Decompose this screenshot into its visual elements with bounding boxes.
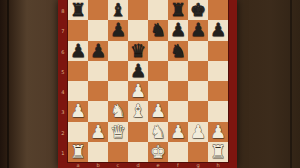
square-g3[interactable] bbox=[188, 101, 208, 121]
square-f6[interactable]: ♞ bbox=[168, 41, 188, 61]
white-pawn[interactable]: ♟ bbox=[130, 81, 146, 101]
square-c3[interactable]: ♞ bbox=[108, 101, 128, 121]
rank-label-6: 6 bbox=[59, 42, 68, 59]
square-g8[interactable]: ♚ bbox=[188, 0, 208, 20]
square-e1[interactable]: ♚ bbox=[148, 142, 168, 162]
square-c6[interactable] bbox=[108, 41, 128, 61]
chess-board-frame: 87654321 ♜♝♜♚♟♞♟♟♟♟♟♛♞♟♟♟♞♝♟♟♛♞♟♟♟♜♚♜ ab… bbox=[58, 0, 237, 168]
square-d6[interactable]: ♛ bbox=[128, 41, 148, 61]
square-b6[interactable]: ♟ bbox=[88, 41, 108, 61]
square-h1[interactable]: ♜ bbox=[208, 142, 228, 162]
square-d2[interactable] bbox=[128, 122, 148, 142]
white-rook[interactable]: ♜ bbox=[210, 142, 226, 162]
white-queen[interactable]: ♛ bbox=[110, 122, 126, 142]
black-pawn[interactable]: ♟ bbox=[190, 20, 206, 40]
file-label-a: a bbox=[70, 162, 87, 168]
file-label-e: e bbox=[150, 162, 167, 168]
black-queen[interactable]: ♛ bbox=[130, 41, 146, 61]
white-knight[interactable]: ♞ bbox=[150, 122, 166, 142]
white-knight[interactable]: ♞ bbox=[110, 101, 126, 121]
square-e5[interactable] bbox=[148, 61, 168, 81]
rank-label-2: 2 bbox=[59, 123, 68, 140]
square-b4[interactable] bbox=[88, 81, 108, 101]
square-h6[interactable] bbox=[208, 41, 228, 61]
square-f1[interactable] bbox=[168, 142, 188, 162]
file-label-g: g bbox=[190, 162, 207, 168]
square-a6[interactable]: ♟ bbox=[68, 41, 88, 61]
wood-table-background: 87654321 ♜♝♜♚♟♞♟♟♟♟♟♛♞♟♟♟♞♝♟♟♛♞♟♟♟♜♚♜ ab… bbox=[0, 0, 300, 168]
white-pawn[interactable]: ♟ bbox=[90, 122, 106, 142]
square-a1[interactable]: ♜ bbox=[68, 142, 88, 162]
square-b3[interactable] bbox=[88, 101, 108, 121]
square-f5[interactable] bbox=[168, 61, 188, 81]
square-f7[interactable]: ♟ bbox=[168, 20, 188, 40]
rank-label-8: 8 bbox=[59, 2, 68, 19]
black-pawn[interactable]: ♟ bbox=[170, 20, 186, 40]
black-rook[interactable]: ♜ bbox=[70, 0, 86, 20]
file-label-c: c bbox=[110, 162, 127, 168]
square-a5[interactable] bbox=[68, 61, 88, 81]
black-pawn[interactable]: ♟ bbox=[70, 41, 86, 61]
square-f3[interactable] bbox=[168, 101, 188, 121]
rank-labels: 87654321 bbox=[58, 0, 68, 162]
square-h8[interactable] bbox=[208, 0, 228, 20]
square-e3[interactable]: ♟ bbox=[148, 101, 168, 121]
square-h2[interactable]: ♟ bbox=[208, 122, 228, 142]
square-e4[interactable] bbox=[148, 81, 168, 101]
square-c4[interactable] bbox=[108, 81, 128, 101]
white-pawn[interactable]: ♟ bbox=[190, 122, 206, 142]
square-d1[interactable] bbox=[128, 142, 148, 162]
black-pawn[interactable]: ♟ bbox=[110, 20, 126, 40]
square-b2[interactable]: ♟ bbox=[88, 122, 108, 142]
square-h5[interactable] bbox=[208, 61, 228, 81]
square-c8[interactable]: ♝ bbox=[108, 0, 128, 20]
white-pawn[interactable]: ♟ bbox=[170, 122, 186, 142]
rank-label-4: 4 bbox=[59, 83, 68, 100]
square-d5[interactable]: ♟ bbox=[128, 61, 148, 81]
square-f8[interactable]: ♜ bbox=[168, 0, 188, 20]
square-c1[interactable] bbox=[108, 142, 128, 162]
square-a3[interactable]: ♟ bbox=[68, 101, 88, 121]
square-g1[interactable] bbox=[188, 142, 208, 162]
file-labels: abcdefgh bbox=[68, 161, 228, 168]
black-rook[interactable]: ♜ bbox=[170, 0, 186, 20]
black-knight[interactable]: ♞ bbox=[150, 20, 166, 40]
square-g7[interactable]: ♟ bbox=[188, 20, 208, 40]
black-king[interactable]: ♚ bbox=[190, 0, 206, 20]
square-g5[interactable] bbox=[188, 61, 208, 81]
black-bishop[interactable]: ♝ bbox=[110, 0, 126, 20]
square-d3[interactable]: ♝ bbox=[128, 101, 148, 121]
file-label-h: h bbox=[210, 162, 227, 168]
square-h3[interactable] bbox=[208, 101, 228, 121]
white-pawn[interactable]: ♟ bbox=[150, 101, 166, 121]
square-d7[interactable] bbox=[128, 20, 148, 40]
square-b5[interactable] bbox=[88, 61, 108, 81]
white-pawn[interactable]: ♟ bbox=[210, 122, 226, 142]
square-e7[interactable]: ♞ bbox=[148, 20, 168, 40]
square-a2[interactable] bbox=[68, 122, 88, 142]
square-b7[interactable] bbox=[88, 20, 108, 40]
square-d8[interactable] bbox=[128, 0, 148, 20]
white-pawn[interactable]: ♟ bbox=[70, 101, 86, 121]
square-h7[interactable]: ♟ bbox=[208, 20, 228, 40]
black-pawn[interactable]: ♟ bbox=[90, 41, 106, 61]
rank-label-1: 1 bbox=[59, 143, 68, 160]
square-d4[interactable]: ♟ bbox=[128, 81, 148, 101]
white-bishop[interactable]: ♝ bbox=[130, 101, 146, 121]
square-c7[interactable]: ♟ bbox=[108, 20, 128, 40]
square-e2[interactable]: ♞ bbox=[148, 122, 168, 142]
black-knight[interactable]: ♞ bbox=[170, 41, 186, 61]
rank-label-7: 7 bbox=[59, 22, 68, 39]
square-g2[interactable]: ♟ bbox=[188, 122, 208, 142]
rank-label-3: 3 bbox=[59, 103, 68, 120]
square-g4[interactable] bbox=[188, 81, 208, 101]
file-label-f: f bbox=[170, 162, 187, 168]
square-f4[interactable] bbox=[168, 81, 188, 101]
square-c5[interactable] bbox=[108, 61, 128, 81]
square-a7[interactable] bbox=[68, 20, 88, 40]
square-b1[interactable] bbox=[88, 142, 108, 162]
square-a8[interactable]: ♜ bbox=[68, 0, 88, 20]
square-b8[interactable] bbox=[88, 0, 108, 20]
square-f2[interactable]: ♟ bbox=[168, 122, 188, 142]
black-pawn[interactable]: ♟ bbox=[130, 61, 146, 81]
file-label-d: d bbox=[130, 162, 147, 168]
square-e6[interactable] bbox=[148, 41, 168, 61]
black-pawn[interactable]: ♟ bbox=[210, 20, 226, 40]
square-a4[interactable] bbox=[68, 81, 88, 101]
square-e8[interactable] bbox=[148, 0, 168, 20]
square-c2[interactable]: ♛ bbox=[108, 122, 128, 142]
white-rook[interactable]: ♜ bbox=[70, 142, 86, 162]
chess-board: ♜♝♜♚♟♞♟♟♟♟♟♛♞♟♟♟♞♝♟♟♛♞♟♟♟♜♚♜ bbox=[68, 0, 228, 162]
square-g6[interactable] bbox=[188, 41, 208, 61]
white-king[interactable]: ♚ bbox=[150, 142, 166, 162]
file-label-b: b bbox=[90, 162, 107, 168]
square-h4[interactable] bbox=[208, 81, 228, 101]
rank-label-5: 5 bbox=[59, 62, 68, 79]
